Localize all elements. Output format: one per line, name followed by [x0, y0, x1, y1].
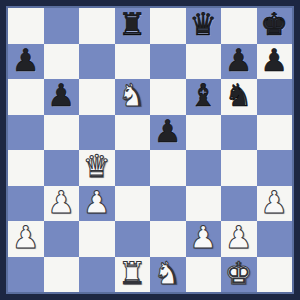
square-c7[interactable]	[79, 44, 115, 80]
chess-board-frame: ♜♛♚♟♟♟♟♞♝♞♟♛♟♟♟♟♟♟♜♞♚	[0, 0, 300, 300]
square-f7[interactable]	[186, 44, 222, 80]
square-d1[interactable]: ♜	[115, 257, 151, 293]
square-a2[interactable]: ♟	[8, 221, 44, 257]
square-d4[interactable]	[115, 150, 151, 186]
white-pawn-a2[interactable]: ♟	[12, 222, 40, 253]
square-e2[interactable]	[150, 221, 186, 257]
square-g8[interactable]	[221, 8, 257, 44]
square-f8[interactable]: ♛	[186, 8, 222, 44]
square-g6[interactable]: ♞	[221, 79, 257, 115]
square-e7[interactable]	[150, 44, 186, 80]
square-b3[interactable]: ♟	[44, 186, 80, 222]
square-e3[interactable]	[150, 186, 186, 222]
square-c6[interactable]	[79, 79, 115, 115]
square-d6[interactable]: ♞	[115, 79, 151, 115]
square-h2[interactable]	[257, 221, 293, 257]
square-d3[interactable]	[115, 186, 151, 222]
square-b1[interactable]	[44, 257, 80, 293]
square-f6[interactable]: ♝	[186, 79, 222, 115]
square-e6[interactable]	[150, 79, 186, 115]
square-h4[interactable]	[257, 150, 293, 186]
square-a7[interactable]: ♟	[8, 44, 44, 80]
black-king-h8[interactable]: ♚	[260, 9, 288, 40]
white-pawn-g2[interactable]: ♟	[225, 222, 253, 253]
square-c1[interactable]	[79, 257, 115, 293]
square-g1[interactable]: ♚	[221, 257, 257, 293]
square-c8[interactable]	[79, 8, 115, 44]
white-rook-d1[interactable]: ♜	[118, 258, 146, 289]
square-c4[interactable]: ♛	[79, 150, 115, 186]
square-a5[interactable]	[8, 115, 44, 151]
square-h8[interactable]: ♚	[257, 8, 293, 44]
square-b8[interactable]	[44, 8, 80, 44]
black-pawn-a7[interactable]: ♟	[12, 45, 40, 76]
square-h3[interactable]: ♟	[257, 186, 293, 222]
white-knight-d6[interactable]: ♞	[118, 80, 146, 111]
black-bishop-f6[interactable]: ♝	[189, 80, 217, 111]
square-g2[interactable]: ♟	[221, 221, 257, 257]
square-a1[interactable]	[8, 257, 44, 293]
square-g4[interactable]	[221, 150, 257, 186]
black-pawn-h7[interactable]: ♟	[260, 45, 288, 76]
square-d7[interactable]	[115, 44, 151, 80]
square-d2[interactable]	[115, 221, 151, 257]
square-e4[interactable]	[150, 150, 186, 186]
white-pawn-b3[interactable]: ♟	[47, 187, 75, 218]
white-queen-c4[interactable]: ♛	[83, 151, 111, 182]
square-b5[interactable]	[44, 115, 80, 151]
chess-board-inner-border: ♜♛♚♟♟♟♟♞♝♞♟♛♟♟♟♟♟♟♜♞♚	[6, 6, 294, 294]
square-c2[interactable]	[79, 221, 115, 257]
square-b7[interactable]	[44, 44, 80, 80]
square-f4[interactable]	[186, 150, 222, 186]
square-a8[interactable]	[8, 8, 44, 44]
white-knight-e1[interactable]: ♞	[154, 258, 182, 289]
square-g5[interactable]	[221, 115, 257, 151]
square-h5[interactable]	[257, 115, 293, 151]
square-a6[interactable]	[8, 79, 44, 115]
square-c3[interactable]: ♟	[79, 186, 115, 222]
white-pawn-f2[interactable]: ♟	[189, 222, 217, 253]
square-b2[interactable]	[44, 221, 80, 257]
square-b6[interactable]: ♟	[44, 79, 80, 115]
square-d5[interactable]	[115, 115, 151, 151]
square-g7[interactable]: ♟	[221, 44, 257, 80]
square-d8[interactable]: ♜	[115, 8, 151, 44]
black-queen-f8[interactable]: ♛	[189, 9, 217, 40]
square-a4[interactable]	[8, 150, 44, 186]
square-a3[interactable]	[8, 186, 44, 222]
black-pawn-g7[interactable]: ♟	[225, 45, 253, 76]
square-f3[interactable]	[186, 186, 222, 222]
square-h6[interactable]	[257, 79, 293, 115]
square-h7[interactable]: ♟	[257, 44, 293, 80]
square-e5[interactable]: ♟	[150, 115, 186, 151]
square-f1[interactable]	[186, 257, 222, 293]
square-e8[interactable]	[150, 8, 186, 44]
square-c5[interactable]	[79, 115, 115, 151]
chess-board: ♜♛♚♟♟♟♟♞♝♞♟♛♟♟♟♟♟♟♜♞♚	[8, 8, 292, 292]
square-e1[interactable]: ♞	[150, 257, 186, 293]
white-king-g1[interactable]: ♚	[225, 258, 253, 289]
black-pawn-e5[interactable]: ♟	[154, 116, 182, 147]
black-knight-g6[interactable]: ♞	[225, 80, 253, 111]
black-rook-d8[interactable]: ♜	[118, 9, 146, 40]
square-g3[interactable]	[221, 186, 257, 222]
black-pawn-b6[interactable]: ♟	[47, 80, 75, 111]
white-pawn-h3[interactable]: ♟	[260, 187, 288, 218]
square-h1[interactable]	[257, 257, 293, 293]
square-b4[interactable]	[44, 150, 80, 186]
square-f5[interactable]	[186, 115, 222, 151]
white-pawn-c3[interactable]: ♟	[83, 187, 111, 218]
square-f2[interactable]: ♟	[186, 221, 222, 257]
